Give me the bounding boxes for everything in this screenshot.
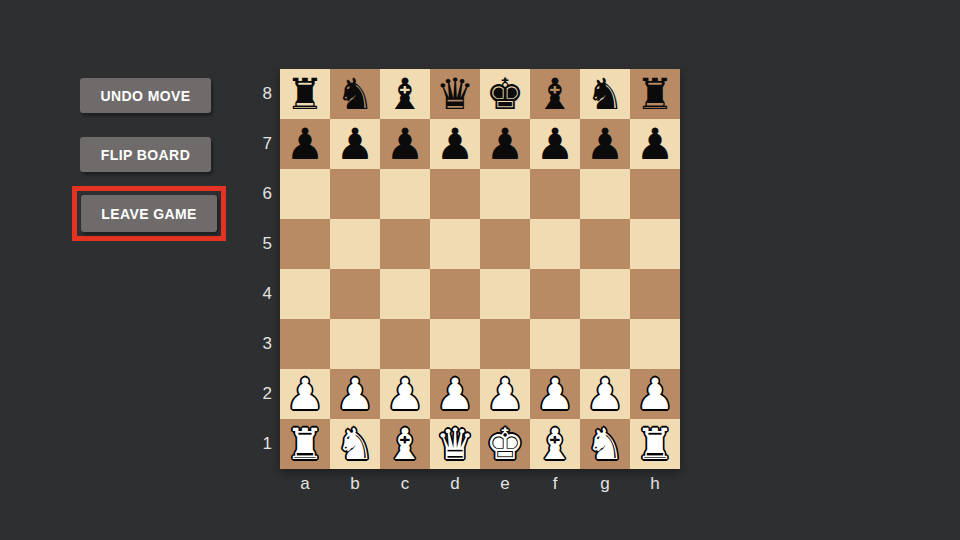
square-e4[interactable] <box>480 269 530 319</box>
piece-black-bishop: ♝ <box>536 73 575 116</box>
piece-black-rook: ♜ <box>636 73 675 116</box>
square-g4[interactable] <box>580 269 630 319</box>
square-b3[interactable] <box>330 319 380 369</box>
rank-label-1: 1 <box>248 419 272 469</box>
leave-game-button[interactable]: LEAVE GAME <box>81 195 217 232</box>
piece-white-pawn: ♟ <box>286 373 325 416</box>
piece-white-pawn: ♟ <box>436 373 475 416</box>
square-d2[interactable]: ♟ <box>430 369 480 419</box>
square-f2[interactable]: ♟ <box>530 369 580 419</box>
square-e8[interactable]: ♚ <box>480 69 530 119</box>
piece-white-pawn: ♟ <box>386 373 425 416</box>
square-g7[interactable]: ♟ <box>580 119 630 169</box>
square-g6[interactable] <box>580 169 630 219</box>
piece-white-bishop: ♝ <box>536 423 575 466</box>
piece-black-king: ♚ <box>486 73 525 116</box>
square-d8[interactable]: ♛ <box>430 69 480 119</box>
square-c8[interactable]: ♝ <box>380 69 430 119</box>
square-c3[interactable] <box>380 319 430 369</box>
square-b2[interactable]: ♟ <box>330 369 380 419</box>
piece-black-knight: ♞ <box>336 73 375 116</box>
square-c2[interactable]: ♟ <box>380 369 430 419</box>
rank-label-3: 3 <box>248 319 272 369</box>
leave-game-highlight-box: LEAVE GAME <box>72 186 226 241</box>
rank-label-7: 7 <box>248 119 272 169</box>
square-a8[interactable]: ♜ <box>280 69 330 119</box>
square-b1[interactable]: ♞ <box>330 419 380 469</box>
rank-label-4: 4 <box>248 269 272 319</box>
square-g1[interactable]: ♞ <box>580 419 630 469</box>
file-label-h: h <box>630 469 680 499</box>
square-g5[interactable] <box>580 219 630 269</box>
file-label-a: a <box>280 469 330 499</box>
square-d4[interactable] <box>430 269 480 319</box>
piece-white-pawn: ♟ <box>586 373 625 416</box>
flip-board-button[interactable]: FLIP BOARD <box>80 137 211 172</box>
square-g3[interactable] <box>580 319 630 369</box>
square-c5[interactable] <box>380 219 430 269</box>
file-labels: abcdefgh <box>280 469 680 499</box>
square-a7[interactable]: ♟ <box>280 119 330 169</box>
piece-black-pawn: ♟ <box>336 123 375 166</box>
square-c1[interactable]: ♝ <box>380 419 430 469</box>
piece-white-rook: ♜ <box>636 423 675 466</box>
rank-label-2: 2 <box>248 369 272 419</box>
square-e7[interactable]: ♟ <box>480 119 530 169</box>
rank-label-8: 8 <box>248 69 272 119</box>
piece-white-knight: ♞ <box>586 423 625 466</box>
file-label-g: g <box>580 469 630 499</box>
square-f8[interactable]: ♝ <box>530 69 580 119</box>
file-label-c: c <box>380 469 430 499</box>
rank-label-5: 5 <box>248 219 272 269</box>
square-b5[interactable] <box>330 219 380 269</box>
piece-black-pawn: ♟ <box>436 123 475 166</box>
square-g2[interactable]: ♟ <box>580 369 630 419</box>
file-label-d: d <box>430 469 480 499</box>
square-a6[interactable] <box>280 169 330 219</box>
square-h3[interactable] <box>630 319 680 369</box>
square-g8[interactable]: ♞ <box>580 69 630 119</box>
square-d6[interactable] <box>430 169 480 219</box>
piece-white-pawn: ♟ <box>636 373 675 416</box>
square-d5[interactable] <box>430 219 480 269</box>
square-c6[interactable] <box>380 169 430 219</box>
file-label-b: b <box>330 469 380 499</box>
square-f6[interactable] <box>530 169 580 219</box>
rank-labels: 87654321 <box>248 69 272 469</box>
piece-black-pawn: ♟ <box>636 123 675 166</box>
square-h2[interactable]: ♟ <box>630 369 680 419</box>
square-b8[interactable]: ♞ <box>330 69 380 119</box>
game-screen: { "game": "chess", "position": { "fen": … <box>0 0 960 540</box>
piece-white-pawn: ♟ <box>486 373 525 416</box>
square-c4[interactable] <box>380 269 430 319</box>
square-a1[interactable]: ♜ <box>280 419 330 469</box>
piece-black-knight: ♞ <box>586 73 625 116</box>
square-c7[interactable]: ♟ <box>380 119 430 169</box>
piece-white-king: ♚ <box>486 423 525 466</box>
square-f7[interactable]: ♟ <box>530 119 580 169</box>
square-f4[interactable] <box>530 269 580 319</box>
square-d1[interactable]: ♛ <box>430 419 480 469</box>
square-h7[interactable]: ♟ <box>630 119 680 169</box>
piece-white-pawn: ♟ <box>536 373 575 416</box>
piece-black-pawn: ♟ <box>536 123 575 166</box>
square-f5[interactable] <box>530 219 580 269</box>
square-e2[interactable]: ♟ <box>480 369 530 419</box>
square-f3[interactable] <box>530 319 580 369</box>
piece-black-queen: ♛ <box>436 73 475 116</box>
piece-white-rook: ♜ <box>286 423 325 466</box>
piece-white-knight: ♞ <box>336 423 375 466</box>
square-e5[interactable] <box>480 219 530 269</box>
piece-black-pawn: ♟ <box>386 123 425 166</box>
square-a4[interactable] <box>280 269 330 319</box>
square-h6[interactable] <box>630 169 680 219</box>
square-b7[interactable]: ♟ <box>330 119 380 169</box>
square-e3[interactable] <box>480 319 530 369</box>
file-label-e: e <box>480 469 530 499</box>
piece-black-rook: ♜ <box>286 73 325 116</box>
square-d7[interactable]: ♟ <box>430 119 480 169</box>
square-e1[interactable]: ♚ <box>480 419 530 469</box>
piece-black-pawn: ♟ <box>286 123 325 166</box>
square-h8[interactable]: ♜ <box>630 69 680 119</box>
piece-white-pawn: ♟ <box>336 373 375 416</box>
piece-black-bishop: ♝ <box>386 73 425 116</box>
piece-white-bishop: ♝ <box>386 423 425 466</box>
square-e6[interactable] <box>480 169 530 219</box>
square-h1[interactable]: ♜ <box>630 419 680 469</box>
square-b6[interactable] <box>330 169 380 219</box>
square-h4[interactable] <box>630 269 680 319</box>
piece-black-pawn: ♟ <box>586 123 625 166</box>
rank-label-6: 6 <box>248 169 272 219</box>
file-label-f: f <box>530 469 580 499</box>
piece-white-queen: ♛ <box>436 423 475 466</box>
square-d3[interactable] <box>430 319 480 369</box>
square-a3[interactable] <box>280 319 330 369</box>
chess-board: ♜♞♝♛♚♝♞♜♟♟♟♟♟♟♟♟♟♟♟♟♟♟♟♟♜♞♝♛♚♝♞♜ <box>280 69 680 469</box>
square-h5[interactable] <box>630 219 680 269</box>
square-a5[interactable] <box>280 219 330 269</box>
piece-black-pawn: ♟ <box>486 123 525 166</box>
square-b4[interactable] <box>330 269 380 319</box>
square-a2[interactable]: ♟ <box>280 369 330 419</box>
undo-move-button[interactable]: UNDO MOVE <box>80 78 211 113</box>
square-f1[interactable]: ♝ <box>530 419 580 469</box>
